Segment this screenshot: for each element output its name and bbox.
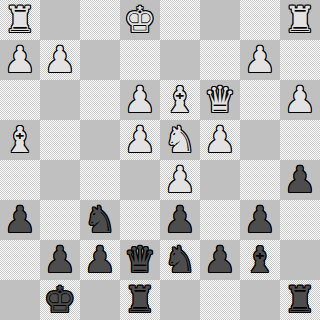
square-g4[interactable] (40, 120, 80, 160)
black-pawn[interactable]: ♟ (204, 240, 236, 280)
square-a1[interactable]: ♜ (280, 0, 320, 40)
white-pawn[interactable]: ♟ (4, 40, 36, 80)
square-b6[interactable]: ♟ (240, 200, 280, 240)
white-knight[interactable]: ♞ (164, 120, 196, 160)
white-bishop[interactable]: ♝ (164, 80, 196, 120)
white-queen[interactable]: ♛ (204, 80, 236, 120)
square-c4[interactable]: ♟ (200, 120, 240, 160)
black-queen[interactable]: ♛ (124, 240, 156, 280)
white-pawn[interactable]: ♟ (284, 80, 316, 120)
white-rook[interactable]: ♜ (284, 0, 316, 40)
white-bishop[interactable]: ♝ (4, 120, 36, 160)
black-pawn[interactable]: ♟ (44, 240, 76, 280)
square-f2[interactable] (80, 40, 120, 80)
square-e8[interactable]: ♜ (120, 280, 160, 320)
square-b2[interactable]: ♟ (240, 40, 280, 80)
square-e4[interactable]: ♟ (120, 120, 160, 160)
square-a2[interactable] (280, 40, 320, 80)
square-d1[interactable] (160, 0, 200, 40)
square-f1[interactable] (80, 0, 120, 40)
square-h7[interactable] (0, 240, 40, 280)
square-f3[interactable] (80, 80, 120, 120)
square-f4[interactable] (80, 120, 120, 160)
square-b7[interactable]: ♝ (240, 240, 280, 280)
square-d4[interactable]: ♞ (160, 120, 200, 160)
square-g5[interactable] (40, 160, 80, 200)
square-b3[interactable] (240, 80, 280, 120)
black-pawn[interactable]: ♟ (4, 200, 36, 240)
square-h4[interactable]: ♝ (0, 120, 40, 160)
square-h1[interactable]: ♜ (0, 0, 40, 40)
square-g1[interactable] (40, 0, 80, 40)
square-a7[interactable] (280, 240, 320, 280)
black-bishop[interactable]: ♝ (244, 240, 276, 280)
square-c2[interactable] (200, 40, 240, 80)
square-h5[interactable] (0, 160, 40, 200)
square-c1[interactable] (200, 0, 240, 40)
square-g8[interactable]: ♚ (40, 280, 80, 320)
black-pawn[interactable]: ♟ (84, 240, 116, 280)
square-d8[interactable] (160, 280, 200, 320)
square-h8[interactable] (0, 280, 40, 320)
square-b1[interactable] (240, 0, 280, 40)
black-king[interactable]: ♚ (44, 280, 76, 320)
square-a3[interactable]: ♟ (280, 80, 320, 120)
square-g7[interactable]: ♟ (40, 240, 80, 280)
white-king[interactable]: ♚ (124, 0, 156, 40)
square-b4[interactable] (240, 120, 280, 160)
black-pawn[interactable]: ♟ (244, 200, 276, 240)
square-g2[interactable]: ♟ (40, 40, 80, 80)
square-d7[interactable]: ♞ (160, 240, 200, 280)
white-pawn[interactable]: ♟ (124, 120, 156, 160)
black-knight[interactable]: ♞ (84, 200, 116, 240)
square-a5[interactable]: ♟ (280, 160, 320, 200)
square-a6[interactable] (280, 200, 320, 240)
white-rook[interactable]: ♜ (4, 0, 36, 40)
white-pawn[interactable]: ♟ (204, 120, 236, 160)
square-e3[interactable]: ♟ (120, 80, 160, 120)
square-d5[interactable]: ♟ (160, 160, 200, 200)
black-pawn[interactable]: ♟ (284, 160, 316, 200)
square-g3[interactable] (40, 80, 80, 120)
square-c8[interactable] (200, 280, 240, 320)
square-d6[interactable]: ♟ (160, 200, 200, 240)
square-e2[interactable] (120, 40, 160, 80)
square-c3[interactable]: ♛ (200, 80, 240, 120)
white-pawn[interactable]: ♟ (124, 80, 156, 120)
chess-board: ♜♚♜♟♟♟♟♝♛♟♝♟♞♟♟♟♟♞♟♟♟♟♛♞♟♝♚♜♜ (0, 0, 320, 320)
square-f7[interactable]: ♟ (80, 240, 120, 280)
square-f8[interactable] (80, 280, 120, 320)
square-e1[interactable]: ♚ (120, 0, 160, 40)
square-c6[interactable] (200, 200, 240, 240)
square-c5[interactable] (200, 160, 240, 200)
square-h6[interactable]: ♟ (0, 200, 40, 240)
square-h2[interactable]: ♟ (0, 40, 40, 80)
square-a8[interactable]: ♜ (280, 280, 320, 320)
square-g6[interactable] (40, 200, 80, 240)
square-e6[interactable] (120, 200, 160, 240)
square-d3[interactable]: ♝ (160, 80, 200, 120)
white-pawn[interactable]: ♟ (164, 160, 196, 200)
square-b8[interactable] (240, 280, 280, 320)
white-pawn[interactable]: ♟ (44, 40, 76, 80)
black-pawn[interactable]: ♟ (164, 200, 196, 240)
black-rook[interactable]: ♜ (124, 280, 156, 320)
black-knight[interactable]: ♞ (164, 240, 196, 280)
white-pawn[interactable]: ♟ (244, 40, 276, 80)
square-e5[interactable] (120, 160, 160, 200)
square-c7[interactable]: ♟ (200, 240, 240, 280)
black-rook[interactable]: ♜ (284, 280, 316, 320)
square-e7[interactable]: ♛ (120, 240, 160, 280)
square-d2[interactable] (160, 40, 200, 80)
square-a4[interactable] (280, 120, 320, 160)
square-f6[interactable]: ♞ (80, 200, 120, 240)
square-h3[interactable] (0, 80, 40, 120)
square-b5[interactable] (240, 160, 280, 200)
square-f5[interactable] (80, 160, 120, 200)
